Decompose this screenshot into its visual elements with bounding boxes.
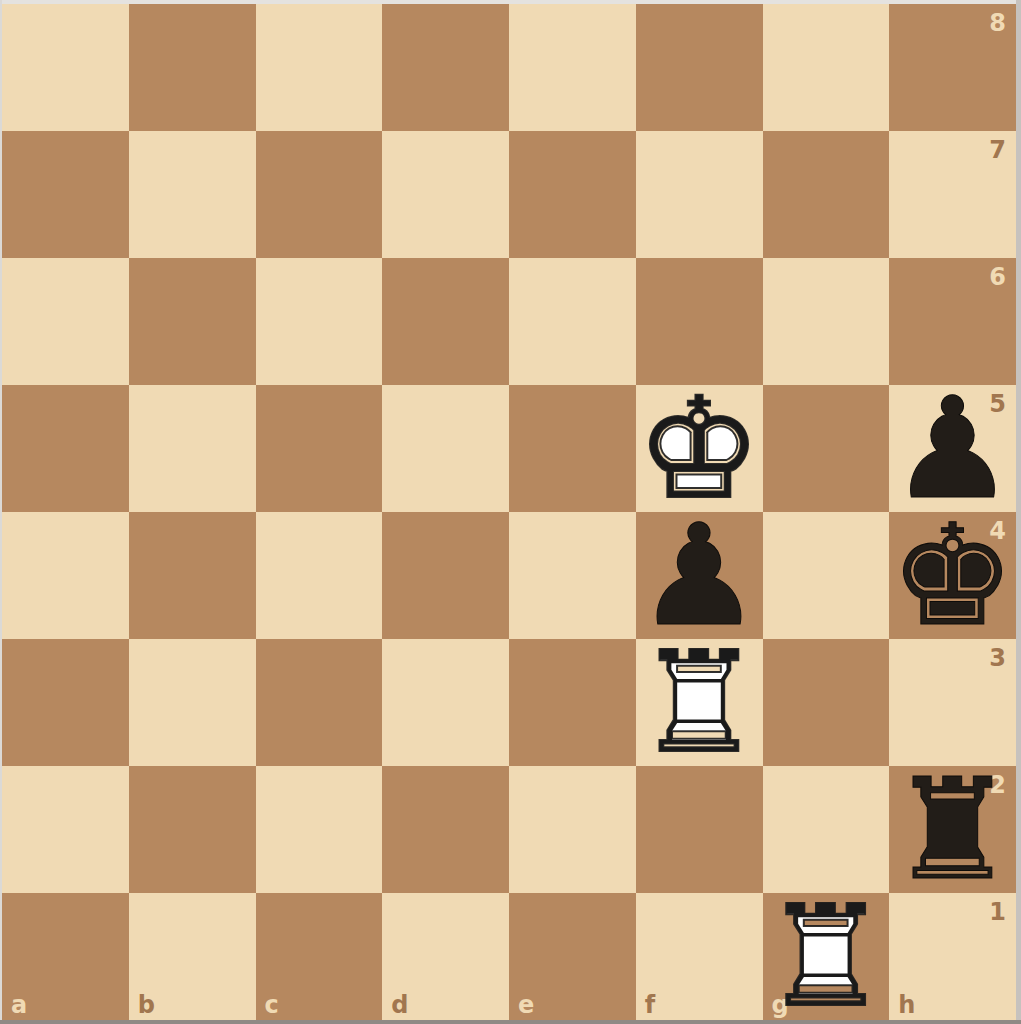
white-king-outline: ♔ <box>636 385 763 512</box>
page-edge-bottom <box>0 1020 1021 1024</box>
file-label-h: h <box>898 993 915 1017</box>
square-c7[interactable] <box>256 131 383 258</box>
file-label-g: g <box>772 993 789 1017</box>
square-a6[interactable] <box>2 258 129 385</box>
square-c8[interactable] <box>256 4 383 131</box>
square-c6[interactable] <box>256 258 383 385</box>
square-g6[interactable] <box>763 258 890 385</box>
rank-label-2: 2 <box>989 773 1006 797</box>
white-rook-glyph: ♜ <box>636 639 763 766</box>
file-label-c: c <box>265 993 279 1017</box>
square-e1[interactable]: e <box>509 893 636 1020</box>
chess-diagram: 876♚♔5♟♟4♚♜♖32♜abcdefg♜♖1h <box>0 0 1021 1024</box>
square-b1[interactable]: b <box>129 893 256 1020</box>
black-pawn[interactable]: ♟ <box>636 512 763 639</box>
square-a1[interactable]: a <box>2 893 129 1020</box>
file-label-b: b <box>138 993 155 1017</box>
square-f3[interactable]: ♜♖ <box>636 639 763 766</box>
square-f6[interactable] <box>636 258 763 385</box>
square-a7[interactable] <box>2 131 129 258</box>
square-b2[interactable] <box>129 766 256 893</box>
square-f7[interactable] <box>636 131 763 258</box>
rank-label-3: 3 <box>989 646 1006 670</box>
square-f4[interactable]: ♟ <box>636 512 763 639</box>
square-g2[interactable] <box>763 766 890 893</box>
square-e6[interactable] <box>509 258 636 385</box>
file-label-a: a <box>11 993 27 1017</box>
square-g8[interactable] <box>763 4 890 131</box>
square-h3[interactable]: 3 <box>889 639 1016 766</box>
square-a5[interactable] <box>2 385 129 512</box>
page-edge-right <box>1016 0 1021 1024</box>
file-label-e: e <box>518 993 534 1017</box>
square-f1[interactable]: f <box>636 893 763 1020</box>
white-king[interactable]: ♚♔ <box>636 385 763 512</box>
rank-label-8: 8 <box>989 11 1006 35</box>
square-e4[interactable] <box>509 512 636 639</box>
square-e7[interactable] <box>509 131 636 258</box>
square-h8[interactable]: 8 <box>889 4 1016 131</box>
square-c4[interactable] <box>256 512 383 639</box>
square-g3[interactable] <box>763 639 890 766</box>
square-b3[interactable] <box>129 639 256 766</box>
square-a8[interactable] <box>2 4 129 131</box>
square-h5[interactable]: 5♟ <box>889 385 1016 512</box>
square-d6[interactable] <box>382 258 509 385</box>
white-rook-outline: ♖ <box>636 639 763 766</box>
square-g7[interactable] <box>763 131 890 258</box>
rank-label-1: 1 <box>989 900 1006 924</box>
square-e5[interactable] <box>509 385 636 512</box>
white-king-glyph: ♚ <box>636 385 763 512</box>
square-g5[interactable] <box>763 385 890 512</box>
square-c1[interactable]: c <box>256 893 383 1020</box>
square-h2[interactable]: 2♜ <box>889 766 1016 893</box>
square-d1[interactable]: d <box>382 893 509 1020</box>
square-f2[interactable] <box>636 766 763 893</box>
square-h1[interactable]: 1h <box>889 893 1016 1020</box>
square-a4[interactable] <box>2 512 129 639</box>
square-d5[interactable] <box>382 385 509 512</box>
rank-label-5: 5 <box>989 392 1006 416</box>
square-e3[interactable] <box>509 639 636 766</box>
square-b6[interactable] <box>129 258 256 385</box>
square-c5[interactable] <box>256 385 383 512</box>
square-f8[interactable] <box>636 4 763 131</box>
square-d8[interactable] <box>382 4 509 131</box>
square-d3[interactable] <box>382 639 509 766</box>
square-d2[interactable] <box>382 766 509 893</box>
square-b5[interactable] <box>129 385 256 512</box>
file-label-d: d <box>391 993 408 1017</box>
square-a3[interactable] <box>2 639 129 766</box>
rank-label-4: 4 <box>989 519 1006 543</box>
square-h7[interactable]: 7 <box>889 131 1016 258</box>
square-c2[interactable] <box>256 766 383 893</box>
square-h4[interactable]: 4♚ <box>889 512 1016 639</box>
black-pawn-glyph: ♟ <box>636 512 763 639</box>
square-h6[interactable]: 6 <box>889 258 1016 385</box>
square-g1[interactable]: g♜♖ <box>763 893 890 1020</box>
square-f5[interactable]: ♚♔ <box>636 385 763 512</box>
square-g4[interactable] <box>763 512 890 639</box>
chess-board: 876♚♔5♟♟4♚♜♖32♜abcdefg♜♖1h <box>2 4 1016 1020</box>
square-b4[interactable] <box>129 512 256 639</box>
square-b8[interactable] <box>129 4 256 131</box>
white-rook[interactable]: ♜♖ <box>636 639 763 766</box>
square-d7[interactable] <box>382 131 509 258</box>
square-b7[interactable] <box>129 131 256 258</box>
square-a2[interactable] <box>2 766 129 893</box>
file-label-f: f <box>645 993 655 1017</box>
square-c3[interactable] <box>256 639 383 766</box>
rank-label-7: 7 <box>989 138 1006 162</box>
rank-label-6: 6 <box>989 265 1006 289</box>
square-d4[interactable] <box>382 512 509 639</box>
square-e8[interactable] <box>509 4 636 131</box>
square-e2[interactable] <box>509 766 636 893</box>
